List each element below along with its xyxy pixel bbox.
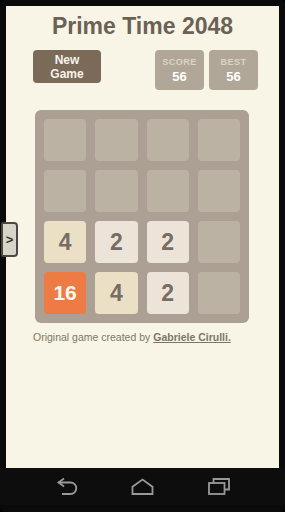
phone-frame: Prime Time 2048 New Game SCORE 56 BEST 5…: [0, 0, 285, 512]
empty-cell: [198, 119, 240, 161]
tile-4: 4: [44, 221, 86, 263]
back-icon: [54, 477, 80, 496]
score-box: SCORE 56: [155, 50, 204, 90]
empty-cell: [44, 170, 86, 212]
empty-cell: [198, 272, 240, 314]
empty-cell: [44, 119, 86, 161]
home-button[interactable]: [105, 468, 181, 505]
credit-text: Original game created by Gabriele Cirull…: [33, 331, 231, 343]
empty-cell: [198, 170, 240, 212]
recents-button[interactable]: [181, 468, 257, 505]
android-nav-bar: [0, 468, 285, 505]
empty-cell: [95, 119, 137, 161]
score-value: 56: [155, 69, 204, 84]
tile-16: 16: [44, 272, 86, 314]
app-screen: Prime Time 2048 New Game SCORE 56 BEST 5…: [6, 6, 279, 468]
drawer-handle[interactable]: >: [1, 222, 18, 257]
empty-cell: [198, 221, 240, 263]
tile-4: 4: [95, 272, 137, 314]
home-icon: [130, 477, 155, 496]
tile-2: 2: [147, 272, 189, 314]
best-value: 56: [209, 69, 258, 84]
tile-2: 2: [95, 221, 137, 263]
best-label: BEST: [209, 57, 258, 67]
tile-2: 2: [147, 221, 189, 263]
page-title: Prime Time 2048: [6, 13, 279, 40]
chevron-right-icon: >: [6, 232, 14, 247]
empty-cell: [95, 170, 137, 212]
credit-link[interactable]: Gabriele Cirulli.: [153, 331, 231, 343]
empty-cell: [147, 170, 189, 212]
credit-prefix: Original game created by: [33, 331, 153, 343]
new-game-button[interactable]: New Game: [33, 50, 101, 83]
best-box: BEST 56: [209, 50, 258, 90]
empty-cell: [147, 119, 189, 161]
board[interactable]: 4221642: [35, 110, 249, 323]
score-label: SCORE: [155, 57, 204, 67]
recents-icon: [207, 477, 231, 496]
back-button[interactable]: [29, 468, 105, 505]
